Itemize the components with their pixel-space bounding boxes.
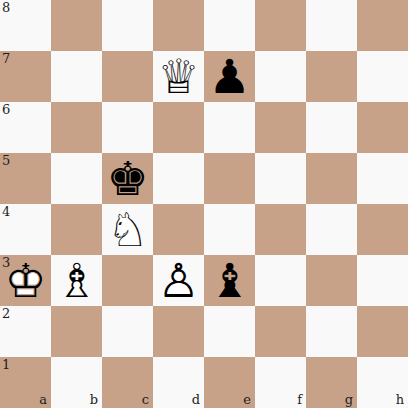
piece-glyph-layer: ♚	[102, 153, 153, 204]
square-g6[interactable]	[306, 102, 357, 153]
square-e1[interactable]: e	[204, 357, 255, 408]
square-f5[interactable]	[255, 153, 306, 204]
file-label-c: c	[142, 392, 149, 407]
square-b3[interactable]: ♝♗	[51, 255, 102, 306]
square-f8[interactable]	[255, 0, 306, 51]
rank-label-6: 6	[2, 102, 10, 117]
square-e6[interactable]	[204, 102, 255, 153]
square-d4[interactable]	[153, 204, 204, 255]
square-h2[interactable]	[357, 306, 408, 357]
square-h5[interactable]	[357, 153, 408, 204]
square-f2[interactable]	[255, 306, 306, 357]
square-c5[interactable]: ♚	[102, 153, 153, 204]
square-c6[interactable]	[102, 102, 153, 153]
piece-glyph-layer: ♝	[204, 255, 255, 306]
square-d8[interactable]	[153, 0, 204, 51]
square-a5[interactable]: 5	[0, 153, 51, 204]
rank-label-1: 1	[2, 357, 10, 372]
piece-outline-layer: ♘	[102, 204, 153, 255]
piece-white-king-icon[interactable]: ♚♔	[0, 255, 51, 306]
square-g8[interactable]	[306, 0, 357, 51]
square-h7[interactable]	[357, 51, 408, 102]
file-label-b: b	[90, 392, 98, 407]
square-c8[interactable]	[102, 0, 153, 51]
square-a2[interactable]: 2	[0, 306, 51, 357]
piece-black-pawn-icon[interactable]: ♟	[204, 51, 255, 102]
rank-label-7: 7	[2, 51, 10, 66]
square-d7[interactable]: ♛♕	[153, 51, 204, 102]
square-b6[interactable]	[51, 102, 102, 153]
piece-black-king-icon[interactable]: ♚	[102, 153, 153, 204]
square-f3[interactable]	[255, 255, 306, 306]
rank-label-2: 2	[2, 306, 10, 321]
piece-white-knight-icon[interactable]: ♞♘	[102, 204, 153, 255]
square-g7[interactable]	[306, 51, 357, 102]
piece-white-pawn-icon[interactable]: ♟♙	[153, 255, 204, 306]
square-b8[interactable]	[51, 0, 102, 51]
square-b2[interactable]	[51, 306, 102, 357]
square-c7[interactable]	[102, 51, 153, 102]
square-g4[interactable]	[306, 204, 357, 255]
square-b5[interactable]	[51, 153, 102, 204]
square-g5[interactable]	[306, 153, 357, 204]
square-a4[interactable]: 4	[0, 204, 51, 255]
square-h4[interactable]	[357, 204, 408, 255]
square-f4[interactable]	[255, 204, 306, 255]
square-g3[interactable]	[306, 255, 357, 306]
piece-black-bishop-icon[interactable]: ♝	[204, 255, 255, 306]
square-d3[interactable]: ♟♙	[153, 255, 204, 306]
piece-white-bishop-icon[interactable]: ♝♗	[51, 255, 102, 306]
piece-outline-layer: ♙	[153, 255, 204, 306]
chess-board: 87♛♕♟65♚4♞♘3♚♔♝♗♟♙♝21abcdefgh	[0, 0, 408, 408]
square-c3[interactable]	[102, 255, 153, 306]
square-e2[interactable]	[204, 306, 255, 357]
file-label-h: h	[396, 392, 404, 407]
square-h3[interactable]	[357, 255, 408, 306]
piece-outline-layer: ♗	[51, 255, 102, 306]
file-label-e: e	[243, 392, 251, 407]
square-d2[interactable]	[153, 306, 204, 357]
square-g1[interactable]: g	[306, 357, 357, 408]
square-a1[interactable]: 1a	[0, 357, 51, 408]
piece-outline-layer: ♔	[0, 255, 51, 306]
square-d6[interactable]	[153, 102, 204, 153]
piece-glyph-layer: ♟	[204, 51, 255, 102]
square-f7[interactable]	[255, 51, 306, 102]
rank-label-5: 5	[2, 153, 10, 168]
file-label-a: a	[39, 392, 47, 407]
square-d1[interactable]: d	[153, 357, 204, 408]
file-label-f: f	[297, 392, 302, 407]
piece-outline-layer: ♕	[153, 51, 204, 102]
square-e8[interactable]	[204, 0, 255, 51]
piece-white-queen-icon[interactable]: ♛♕	[153, 51, 204, 102]
file-label-d: d	[192, 392, 200, 407]
square-g2[interactable]	[306, 306, 357, 357]
file-label-g: g	[345, 392, 353, 407]
square-h8[interactable]	[357, 0, 408, 51]
square-h1[interactable]: h	[357, 357, 408, 408]
square-c4[interactable]: ♞♘	[102, 204, 153, 255]
square-a8[interactable]: 8	[0, 0, 51, 51]
square-h6[interactable]	[357, 102, 408, 153]
square-d5[interactable]	[153, 153, 204, 204]
square-a6[interactable]: 6	[0, 102, 51, 153]
square-b1[interactable]: b	[51, 357, 102, 408]
square-e4[interactable]	[204, 204, 255, 255]
rank-label-8: 8	[2, 0, 10, 15]
square-c2[interactable]	[102, 306, 153, 357]
square-f6[interactable]	[255, 102, 306, 153]
square-a7[interactable]: 7	[0, 51, 51, 102]
square-e5[interactable]	[204, 153, 255, 204]
square-a3[interactable]: 3♚♔	[0, 255, 51, 306]
square-f1[interactable]: f	[255, 357, 306, 408]
square-b4[interactable]	[51, 204, 102, 255]
square-e7[interactable]: ♟	[204, 51, 255, 102]
square-b7[interactable]	[51, 51, 102, 102]
square-e3[interactable]: ♝	[204, 255, 255, 306]
square-c1[interactable]: c	[102, 357, 153, 408]
rank-label-4: 4	[2, 204, 10, 219]
